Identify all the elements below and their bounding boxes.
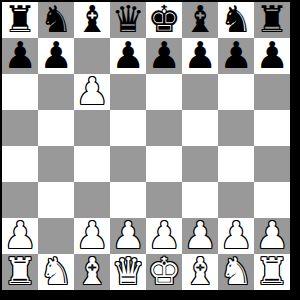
- square-f3[interactable]: [182, 182, 218, 218]
- square-a8[interactable]: ♜: [2, 2, 38, 38]
- square-f6[interactable]: [182, 74, 218, 110]
- black-knight[interactable]: ♞: [219, 2, 252, 38]
- white-pawn[interactable]: ♟: [147, 218, 180, 254]
- square-h7[interactable]: ♟: [254, 38, 290, 74]
- square-c3[interactable]: [74, 182, 110, 218]
- square-e4[interactable]: [146, 146, 182, 182]
- square-f5[interactable]: [182, 110, 218, 146]
- black-king[interactable]: ♚: [147, 2, 180, 38]
- square-g7[interactable]: ♟: [218, 38, 254, 74]
- square-e6[interactable]: [146, 74, 182, 110]
- black-pawn[interactable]: ♟: [3, 38, 36, 74]
- square-b3[interactable]: [38, 182, 74, 218]
- white-knight[interactable]: ♞: [39, 254, 72, 290]
- black-pawn[interactable]: ♟: [39, 38, 72, 74]
- square-f7[interactable]: ♟: [182, 38, 218, 74]
- square-c2[interactable]: ♟: [74, 218, 110, 254]
- square-b8[interactable]: ♞: [38, 2, 74, 38]
- black-rook[interactable]: ♜: [3, 2, 36, 38]
- square-a4[interactable]: [2, 146, 38, 182]
- square-b4[interactable]: [38, 146, 74, 182]
- white-pawn[interactable]: ♟: [111, 218, 144, 254]
- square-c1[interactable]: ♝: [74, 254, 110, 290]
- square-b6[interactable]: [38, 74, 74, 110]
- chess-board: ♜♞♝♛♚♝♞♜♟♟♟♟♟♟♟♟♟♟♟♟♟♟♟♜♞♝♛♚♝♞♜: [2, 2, 290, 290]
- square-h8[interactable]: ♜: [254, 2, 290, 38]
- black-pawn[interactable]: ♟: [255, 38, 288, 74]
- black-knight[interactable]: ♞: [39, 2, 72, 38]
- square-c5[interactable]: [74, 110, 110, 146]
- square-h5[interactable]: [254, 110, 290, 146]
- square-g1[interactable]: ♞: [218, 254, 254, 290]
- black-rook[interactable]: ♜: [255, 2, 288, 38]
- square-h3[interactable]: [254, 182, 290, 218]
- square-g4[interactable]: [218, 146, 254, 182]
- square-a5[interactable]: [2, 110, 38, 146]
- square-a7[interactable]: ♟: [2, 38, 38, 74]
- square-d2[interactable]: ♟: [110, 218, 146, 254]
- square-d5[interactable]: [110, 110, 146, 146]
- square-e3[interactable]: [146, 182, 182, 218]
- square-g6[interactable]: [218, 74, 254, 110]
- white-bishop[interactable]: ♝: [183, 254, 216, 290]
- square-f1[interactable]: ♝: [182, 254, 218, 290]
- square-d3[interactable]: [110, 182, 146, 218]
- square-g5[interactable]: [218, 110, 254, 146]
- chess-board-frame: ♜♞♝♛♚♝♞♜♟♟♟♟♟♟♟♟♟♟♟♟♟♟♟♜♞♝♛♚♝♞♜: [0, 0, 300, 300]
- square-g3[interactable]: [218, 182, 254, 218]
- square-h4[interactable]: [254, 146, 290, 182]
- white-king[interactable]: ♚: [147, 254, 180, 290]
- white-pawn[interactable]: ♟: [219, 218, 252, 254]
- square-e5[interactable]: [146, 110, 182, 146]
- square-a3[interactable]: [2, 182, 38, 218]
- square-e7[interactable]: ♟: [146, 38, 182, 74]
- white-pawn[interactable]: ♟: [183, 218, 216, 254]
- square-f8[interactable]: ♝: [182, 2, 218, 38]
- square-h6[interactable]: [254, 74, 290, 110]
- square-h2[interactable]: ♟: [254, 218, 290, 254]
- square-d8[interactable]: ♛: [110, 2, 146, 38]
- black-pawn[interactable]: ♟: [219, 38, 252, 74]
- black-pawn[interactable]: ♟: [147, 38, 180, 74]
- square-e2[interactable]: ♟: [146, 218, 182, 254]
- white-rook[interactable]: ♜: [255, 254, 288, 290]
- square-f2[interactable]: ♟: [182, 218, 218, 254]
- square-f4[interactable]: [182, 146, 218, 182]
- white-bishop[interactable]: ♝: [75, 254, 108, 290]
- square-a1[interactable]: ♜: [2, 254, 38, 290]
- square-e1[interactable]: ♚: [146, 254, 182, 290]
- square-e8[interactable]: ♚: [146, 2, 182, 38]
- square-d4[interactable]: [110, 146, 146, 182]
- square-b2[interactable]: [38, 218, 74, 254]
- white-pawn[interactable]: ♟: [3, 218, 36, 254]
- square-a6[interactable]: [2, 74, 38, 110]
- square-c6[interactable]: ♟: [74, 74, 110, 110]
- black-bishop[interactable]: ♝: [183, 2, 216, 38]
- square-h1[interactable]: ♜: [254, 254, 290, 290]
- square-d7[interactable]: ♟: [110, 38, 146, 74]
- square-d1[interactable]: ♛: [110, 254, 146, 290]
- black-queen[interactable]: ♛: [111, 2, 144, 38]
- square-g2[interactable]: ♟: [218, 218, 254, 254]
- white-knight[interactable]: ♞: [219, 254, 252, 290]
- square-b1[interactable]: ♞: [38, 254, 74, 290]
- black-pawn[interactable]: ♟: [183, 38, 216, 74]
- white-pawn[interactable]: ♟: [75, 74, 108, 110]
- square-a2[interactable]: ♟: [2, 218, 38, 254]
- square-d6[interactable]: [110, 74, 146, 110]
- black-pawn[interactable]: ♟: [111, 38, 144, 74]
- square-b5[interactable]: [38, 110, 74, 146]
- white-pawn[interactable]: ♟: [75, 218, 108, 254]
- white-rook[interactable]: ♜: [3, 254, 36, 290]
- white-queen[interactable]: ♛: [111, 254, 144, 290]
- square-c4[interactable]: [74, 146, 110, 182]
- square-c7[interactable]: [74, 38, 110, 74]
- square-g8[interactable]: ♞: [218, 2, 254, 38]
- black-bishop[interactable]: ♝: [75, 2, 108, 38]
- white-pawn[interactable]: ♟: [255, 218, 288, 254]
- square-c8[interactable]: ♝: [74, 2, 110, 38]
- square-b7[interactable]: ♟: [38, 38, 74, 74]
